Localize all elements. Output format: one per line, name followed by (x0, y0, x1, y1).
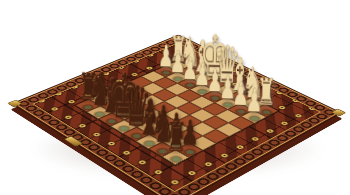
arc-ornament-border: ♜♞♝♚♛♝♞♜♟♟♟♟♟♟♟♟♟♟♟♟♟♟♟♟♜♞♝♚♛♝♞♜ (14, 36, 339, 195)
square-a2[interactable]: ♟ (241, 110, 267, 123)
medallion-frame: ♜♞♝♚♛♝♞♜♟♟♟♟♟♟♟♟♟♟♟♟♟♟♟♟♜♞♝♚♛♝♞♜ (32, 43, 320, 192)
piece-white-pawn[interactable]: ♟ (236, 84, 272, 117)
chess-set-photo: ♜♞♝♚♛♝♞♜♟♟♟♟♟♟♟♟♟♟♟♟♟♟♟♟♜♞♝♚♛♝♞♜ (0, 0, 350, 195)
board-grid: ♜♞♝♚♛♝♞♜♟♟♟♟♟♟♟♟♟♟♟♟♟♟♟♟♜♞♝♚♛♝♞♜ (73, 60, 279, 166)
piece-black-rook[interactable]: ♜ (156, 117, 195, 158)
chess-board: ♜♞♝♚♛♝♞♜♟♟♟♟♟♟♟♟♟♟♟♟♟♟♟♟♜♞♝♚♛♝♞♜ (11, 35, 342, 195)
scene: ♜♞♝♚♛♝♞♜♟♟♟♟♟♟♟♟♟♟♟♟♟♟♟♟♜♞♝♚♛♝♞♜ (0, 0, 350, 195)
square-a8[interactable]: ♜ (161, 150, 189, 165)
